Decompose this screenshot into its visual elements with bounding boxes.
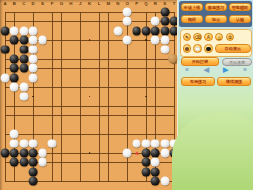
star-point-K16 [89,152,91,154]
star-point-Q4 [145,39,147,41]
column-label-D: D [32,1,35,7]
column-label-E: E [41,1,44,7]
white-stone-P15 [132,139,141,148]
top-button-1[interactable]: 申请上线 [181,3,204,12]
black-stone-B17 [10,158,19,167]
bottom-button-1[interactable]: 布局练习 [181,77,216,86]
column-label-C: C [22,1,25,7]
black-stone-A16 [1,149,10,158]
white-stone-S19 [160,177,169,186]
white-stone-C15 [19,139,28,148]
tools-card: ✎⌫A△① 自动演示 [180,29,252,57]
top-button-row: 申请上线做题练习智能辅助 [180,3,252,12]
white-stone-tool[interactable] [193,44,202,53]
white-stone-D4 [29,36,38,45]
black-stone-R16 [151,149,160,158]
black-stone-C7 [19,64,28,73]
draw-tools-row: ✎⌫A△① [183,33,251,42]
jump-start-icon[interactable]: « [181,65,193,74]
black-stone-tool[interactable] [204,44,213,53]
black-stone-A5 [1,45,10,54]
stone-tools-row: 自动演示 [183,44,251,53]
star-point-Q10 [145,96,147,98]
white-stone-O1 [123,8,132,17]
top-button-3[interactable]: 智能辅助 [229,3,252,12]
black-stone-C6 [19,55,28,64]
divider-knob[interactable] [168,54,177,63]
white-stone-R17 [151,158,160,167]
black-stone-B7 [10,64,19,73]
black-stone-S2 [160,17,169,26]
white-stone-C3 [19,26,28,35]
star-point-K10 [89,96,91,98]
step-back-icon[interactable]: ◀ [200,65,212,74]
hill-art [172,112,253,190]
black-stone-D19 [29,177,38,186]
column-label-H: H [69,1,72,7]
column-label-B: B [13,1,16,7]
black-stone-Q16 [142,149,151,158]
black-stone-B4 [10,36,19,45]
tool-icon-4[interactable]: △ [215,33,224,42]
white-stone-R15 [151,139,160,148]
column-label-Q: Q [144,1,147,7]
black-stone-B16 [10,149,19,158]
column-label-A: A [3,1,6,7]
playback-controls: «◀▶» [181,65,251,74]
column-label-K: K [88,1,91,7]
white-stone-R4 [151,36,160,45]
black-stone-D18 [29,167,38,176]
column-label-S: S [163,1,166,7]
white-stone-B9 [10,83,19,92]
white-stone-O2 [123,17,132,26]
column-label-P: P [135,1,138,7]
second-button-2[interactable]: 提示 [205,15,228,24]
black-stone-B6 [10,55,19,64]
white-stone-F15 [48,139,57,148]
column-label-L: L [98,1,101,7]
column-label-R: R [154,1,157,7]
black-stone-Q3 [142,26,151,35]
white-stone-S16 [160,149,169,158]
black-stone-B8 [10,73,19,82]
white-stone-E4 [38,36,47,45]
white-stone-E17 [38,158,47,167]
black-stone-Q17 [142,158,151,167]
play-icon[interactable]: ▶ [220,65,232,74]
app-window: ABCDEFGHJKLMNOPQRST 申请上线做题练习智能辅助 悔棋提示认输 … [0,0,253,190]
bottom-button-2[interactable]: 继续演练 [217,77,252,86]
jump-end-icon[interactable]: » [239,65,251,74]
black-stone-R19 [151,177,160,186]
white-stone-C10 [19,92,28,101]
column-label-F: F [51,1,54,7]
top-button-2[interactable]: 做题练习 [205,3,228,12]
white-stone-A8 [1,73,10,82]
white-stone-Q15 [142,139,151,148]
tool-icon-5[interactable]: ① [226,33,235,42]
black-stone-R18 [151,167,160,176]
black-stone-C4 [19,36,28,45]
white-stone-D8 [29,73,38,82]
white-stone-S15 [160,139,169,148]
black-stone-C17 [19,158,28,167]
tool-icon-1[interactable]: ✎ [183,33,192,42]
white-stone-N3 [113,26,122,35]
star-point-D10 [32,96,34,98]
white-stone-B3 [10,26,19,35]
black-stone-S3 [160,26,169,35]
go-board[interactable]: ABCDEFGHJKLMNOPQRST [0,0,177,190]
white-stone-D5 [29,45,38,54]
white-stone-C9 [19,83,28,92]
auto-demo-button[interactable]: 自动演示 [215,44,251,53]
second-button-3[interactable]: 认输 [229,15,252,24]
column-label-O: O [125,1,128,7]
white-stone-D6 [29,55,38,64]
white-stone-B15 [10,139,19,148]
white-stone-O4 [123,36,132,45]
column-label-M: M [107,1,111,7]
white-stone-D7 [29,64,38,73]
white-stone-S5 [160,45,169,54]
white-stone-B14 [10,130,19,139]
black-stone-C16 [19,149,28,158]
column-label-G: G [60,1,63,7]
white-stone-E16 [38,149,47,158]
black-stone-P3 [132,26,141,35]
brown-stone-tool[interactable] [183,44,192,53]
bottom-button-row: 布局练习继续演练 [180,77,252,86]
white-stone-R2 [151,17,160,26]
white-stone-S4 [160,36,169,45]
black-stone-D17 [29,158,38,167]
black-stone-Q18 [142,167,151,176]
white-stone-O16 [123,149,132,158]
column-label-N: N [116,1,119,7]
second-button-row: 悔棋提示认输 [180,15,252,24]
column-label-T: T [173,1,176,7]
star-point-K4 [89,39,91,41]
tool-icon-3[interactable]: A [204,33,213,42]
black-stone-A3 [1,26,10,35]
white-stone-D3 [29,26,38,35]
second-button-1[interactable]: 悔棋 [181,15,204,24]
black-stone-C5 [19,45,28,54]
last-move-marker [135,152,139,155]
white-stone-D15 [29,139,38,148]
black-stone-D16 [29,149,38,158]
black-stone-R3 [151,26,160,35]
black-stone-S1 [160,8,169,17]
tool-icon-2[interactable]: ⌫ [193,33,202,42]
column-label-J: J [79,1,81,7]
side-panel: 申请上线做题练习智能辅助 悔棋提示认输 ✎⌫A△① 自动演示 开始打谱 演示速度… [177,0,253,190]
